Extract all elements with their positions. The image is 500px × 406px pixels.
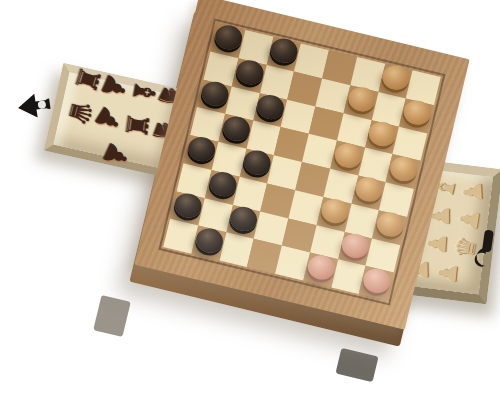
checkers-board xyxy=(163,23,440,300)
board-square[interactable] xyxy=(359,266,394,301)
box-foot xyxy=(93,295,131,337)
board-frame-inset xyxy=(158,18,445,305)
light-chess-piece[interactable]: ♟ xyxy=(458,177,487,207)
drawer-pull-icon[interactable] xyxy=(14,88,52,124)
light-chess-piece[interactable]: ♟ xyxy=(433,258,464,290)
drawer-pull-icon[interactable] xyxy=(469,226,500,276)
dark-chess-piece[interactable]: ♟ xyxy=(94,135,137,175)
box-foot xyxy=(335,348,378,382)
product-photo-scene: ♜♟♝♞♛♟♜♞♟ ♟♝♟♞♟♟♜♟♛♟♟ xyxy=(0,0,500,406)
